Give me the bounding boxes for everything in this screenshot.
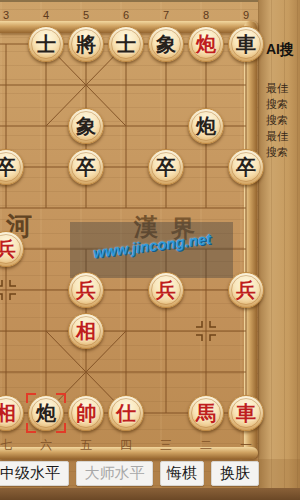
file-label-bottom: 三: [159, 437, 173, 454]
piece-glyph: 馬: [196, 403, 216, 423]
piece-red-馬[interactable]: 馬: [188, 395, 224, 431]
piece-black-士[interactable]: 士: [28, 26, 64, 62]
piece-red-相[interactable]: 相: [68, 313, 104, 349]
piece-red-仕[interactable]: 仕: [108, 395, 144, 431]
piece-glyph: 兵: [76, 280, 96, 300]
piece-glyph: 炮: [36, 403, 56, 423]
piece-glyph: 炮: [196, 116, 216, 136]
piece-black-卒[interactable]: 卒: [148, 149, 184, 185]
file-label-top: 8: [199, 9, 213, 21]
piece-black-將[interactable]: 將: [68, 26, 104, 62]
bottom-edge-strip: [0, 488, 300, 500]
piece-black-象[interactable]: 象: [148, 26, 184, 62]
piece-glyph: 卒: [236, 157, 256, 177]
piece-red-車[interactable]: 車: [228, 395, 264, 431]
file-label-top: 5: [79, 9, 93, 21]
piece-glyph: 卒: [0, 157, 16, 177]
piece-red-帥[interactable]: 帥: [68, 395, 104, 431]
file-label-bottom: 七: [0, 437, 13, 454]
piece-black-卒[interactable]: 卒: [228, 149, 264, 185]
piece-glyph: 兵: [0, 239, 16, 259]
piece-glyph: 士: [116, 34, 136, 54]
piece-red-兵[interactable]: 兵: [228, 272, 264, 308]
piece-red-兵[interactable]: 兵: [148, 272, 184, 308]
piece-glyph: 仕: [116, 403, 136, 423]
piece-glyph: 卒: [156, 157, 176, 177]
toolbar: 中级水平大师水平悔棋换肤: [0, 461, 300, 487]
button-换肤[interactable]: 换肤: [211, 461, 259, 486]
piece-glyph: 象: [156, 34, 176, 54]
ai-stat-line: 搜索: [266, 112, 288, 128]
button-大师水平[interactable]: 大师水平: [76, 461, 153, 486]
piece-glyph: 炮: [196, 34, 216, 54]
xiangqi-app-screen: 3456789 七六五四三二一 河 漢 界 www.jincong.net 士將…: [0, 0, 300, 500]
button-中级水平[interactable]: 中级水平: [0, 461, 69, 486]
ai-stat-line: 最佳: [266, 80, 288, 96]
piece-red-兵[interactable]: 兵: [68, 272, 104, 308]
file-label-top: 9: [239, 9, 253, 21]
piece-glyph: 士: [36, 34, 56, 54]
piece-glyph: 卒: [76, 157, 96, 177]
ai-panel-title: AI搜: [266, 41, 294, 59]
piece-glyph: 相: [0, 403, 16, 423]
piece-black-卒[interactable]: 卒: [68, 149, 104, 185]
piece-glyph: 車: [236, 34, 256, 54]
file-label-bottom: 四: [119, 437, 133, 454]
file-label-top: 4: [39, 9, 53, 21]
ai-stat-line: 搜索: [266, 144, 288, 160]
file-label-bottom: 六: [39, 437, 53, 454]
ai-panel-stats: 最佳搜索搜索最佳搜索: [266, 80, 288, 160]
ai-stat-line: 搜索: [266, 96, 288, 112]
file-label-bottom: 五: [79, 437, 93, 454]
file-label-bottom: 二: [199, 437, 213, 454]
piece-red-炮[interactable]: 炮: [188, 26, 224, 62]
file-label-top: 7: [159, 9, 173, 21]
piece-black-炮[interactable]: 炮: [188, 108, 224, 144]
piece-glyph: 兵: [236, 280, 256, 300]
file-label-top: 3: [0, 9, 13, 21]
piece-black-車[interactable]: 車: [228, 26, 264, 62]
piece-glyph: 將: [76, 34, 96, 54]
piece-glyph: 車: [236, 403, 256, 423]
piece-glyph: 象: [76, 116, 96, 136]
piece-black-士[interactable]: 士: [108, 26, 144, 62]
button-悔棋[interactable]: 悔棋: [160, 461, 204, 486]
file-label-bottom: 一: [239, 437, 253, 454]
piece-glyph: 相: [76, 321, 96, 341]
piece-glyph: 兵: [156, 280, 176, 300]
file-label-top: 6: [119, 9, 133, 21]
piece-black-炮[interactable]: 炮: [28, 395, 64, 431]
piece-glyph: 帥: [76, 403, 96, 423]
piece-black-象[interactable]: 象: [68, 108, 104, 144]
ai-stat-line: 最佳: [266, 128, 288, 144]
